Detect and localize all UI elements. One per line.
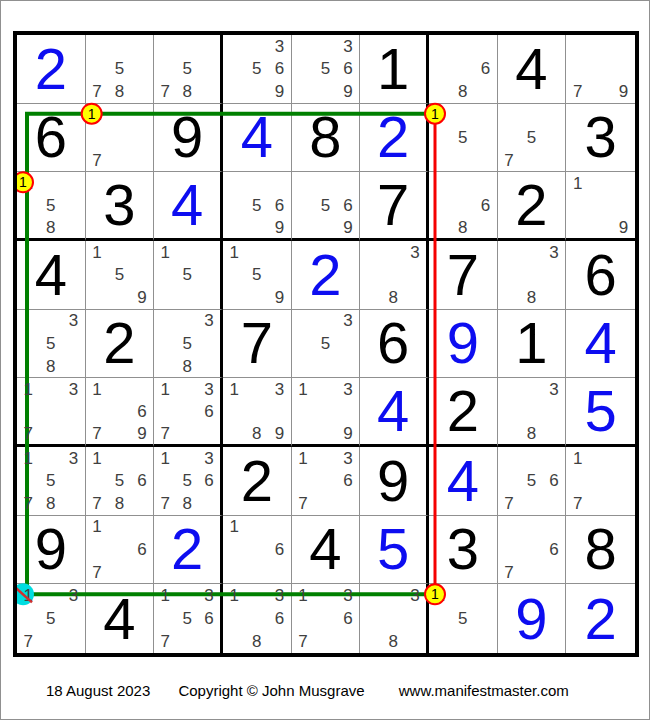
candidate-digit: 3 (543, 241, 566, 264)
candidate-digit: 8 (246, 422, 269, 444)
candidate-digit: 3 (337, 378, 360, 400)
given-digit: 9 (35, 520, 67, 578)
candidate-digit: 6 (337, 470, 360, 493)
cell-r6c7[interactable]: 2 (429, 378, 498, 447)
candidates: 1389 (223, 378, 291, 444)
candidate-digit: 5 (176, 58, 198, 81)
candidate-digit: 5 (40, 332, 63, 355)
cell-r3c9[interactable]: 19 (566, 172, 635, 241)
cell-r1c9[interactable]: 79 (566, 35, 635, 104)
cell-r2c8[interactable]: 57 (498, 104, 567, 173)
cell-r9c2[interactable]: 4 (86, 584, 155, 653)
candidate-digit: 3 (404, 241, 426, 264)
candidates: 158 (17, 172, 85, 238)
candidate-digit: 3 (337, 310, 360, 333)
cell-r3c4[interactable]: 569 (223, 172, 292, 241)
cell-r3c2[interactable]: 3 (86, 172, 155, 241)
candidate-digit: 5 (108, 264, 131, 287)
cell-r5c5[interactable]: 35 (292, 310, 361, 379)
candidate-digit: 8 (176, 80, 198, 103)
candidate-digit: 1 (17, 447, 40, 470)
cell-r7c2[interactable]: 15678 (86, 447, 155, 516)
candidate-digit: 9 (337, 422, 360, 444)
cell-r1c5[interactable]: 3569 (292, 35, 361, 104)
candidates: 35 (292, 310, 360, 378)
candidate-digit: 9 (268, 422, 291, 444)
candidate-digit: 7 (498, 561, 521, 584)
candidate-digit: 5 (520, 470, 543, 493)
candidate-digit: 5 (246, 264, 269, 287)
cell-r2c2[interactable]: 17 (86, 104, 155, 173)
candidates: 67 (498, 516, 566, 584)
candidate-digit: 5 (176, 264, 198, 287)
candidate-digit: 9 (337, 216, 360, 238)
candidate-digit: 5 (452, 607, 475, 630)
candidates: 1367 (292, 584, 360, 653)
cell-r9c1[interactable]: 1357 (17, 584, 86, 653)
footer: 18 August 2023 Copyright © John Musgrave… (46, 682, 569, 699)
candidate-digit: 1 (223, 378, 246, 400)
given-digit: 4 (103, 590, 135, 648)
cell-r6c9[interactable]: 5 (566, 378, 635, 447)
candidate-digit: 6 (198, 400, 220, 422)
given-digit: 9 (377, 452, 409, 510)
candidates: 137 (17, 378, 85, 444)
candidate-digit: 3 (337, 35, 360, 58)
candidate-digit: 3 (62, 310, 85, 333)
cell-r6c3[interactable]: 1367 (154, 378, 223, 447)
cell-r7c6[interactable]: 9 (360, 447, 429, 516)
candidate-digit: 8 (520, 422, 543, 444)
cell-r7c7[interactable]: 4 (429, 447, 498, 516)
cell-r5c2[interactable]: 2 (86, 310, 155, 379)
cell-r1c1[interactable]: 2 (17, 35, 86, 104)
candidate-digit: 3 (198, 310, 220, 333)
candidate-digit: 8 (40, 355, 63, 378)
candidates: 15 (429, 584, 497, 653)
candidate-digit: 9 (612, 216, 635, 238)
candidate-digit: 1 (17, 378, 40, 400)
solved-digit: 2 (377, 108, 409, 166)
candidate-digit: 1 (154, 447, 176, 470)
candidate-digit: 3 (268, 584, 291, 607)
cell-r8c1[interactable]: 9 (17, 516, 86, 585)
cell-r9c7[interactable]: 15 (429, 584, 498, 653)
candidates: 358 (154, 310, 220, 378)
cell-r5c1[interactable]: 358 (17, 310, 86, 379)
cell-r5c7[interactable]: 9 (429, 310, 498, 379)
candidate-digit: 5 (314, 332, 337, 355)
candidate-digit: 8 (40, 492, 63, 515)
solved-digit: 4 (377, 382, 409, 440)
solved-digit: 2 (309, 246, 341, 304)
cell-r1c7[interactable]: 68 (429, 35, 498, 104)
given-digit: 8 (585, 520, 617, 578)
cell-r2c3[interactable]: 9 (154, 104, 223, 173)
candidates: 1367 (292, 447, 360, 515)
candidate-digit: 1 (292, 584, 315, 607)
candidate-digit: 7 (86, 80, 109, 103)
cell-r5c4[interactable]: 7 (223, 310, 292, 379)
candidate-digit: 3 (268, 378, 291, 400)
candidate-digit: 8 (452, 80, 475, 103)
candidate-digit: 9 (337, 80, 360, 103)
candidate-digit: 8 (520, 286, 543, 309)
given-digit: 2 (103, 314, 135, 372)
candidates: 38 (360, 584, 426, 653)
solved-digit: 5 (377, 520, 409, 578)
candidate-digit: 3 (268, 35, 291, 58)
candidates: 38 (498, 241, 566, 309)
candidate-digit: 1 (86, 516, 109, 539)
candidate-digit: 7 (292, 492, 315, 515)
candidate-digit: 7 (566, 80, 589, 103)
page: 2578578356935691684796179482155731583456… (0, 0, 650, 720)
cell-r1c8[interactable]: 4 (498, 35, 567, 104)
candidate-digit: 5 (246, 58, 269, 81)
candidates: 13567 (154, 584, 220, 653)
cell-r9c9[interactable]: 2 (566, 584, 635, 653)
footer-website: www.manifestmaster.com (399, 682, 569, 699)
candidate-digit: 3 (337, 584, 360, 607)
candidate-digit: 3 (62, 584, 85, 607)
given-digit: 7 (241, 314, 273, 372)
cell-r8c6[interactable]: 5 (360, 516, 429, 585)
candidate-digit: 5 (176, 470, 198, 493)
candidate-digit: 8 (176, 355, 198, 378)
given-digit: 4 (309, 520, 341, 578)
given-digit: 7 (377, 176, 409, 234)
given-digit: 4 (515, 40, 547, 98)
candidate-digit: 6 (474, 194, 497, 216)
cell-r9c6[interactable]: 38 (360, 584, 429, 653)
candidate-digit: 7 (86, 561, 109, 584)
candidate-digit: 5 (40, 194, 63, 216)
cell-r6c5[interactable]: 139 (292, 378, 361, 447)
candidate-digit: 6 (198, 607, 220, 630)
cell-r2c7[interactable]: 15 (429, 104, 498, 173)
cell-r4c6[interactable]: 38 (360, 241, 429, 310)
candidate-digit: 3 (404, 584, 426, 607)
solved-digit: 4 (585, 314, 617, 372)
candidate-digit: 1 (223, 584, 246, 607)
candidate-digit: 3 (62, 378, 85, 400)
cell-r8c9[interactable]: 8 (566, 516, 635, 585)
cell-r6c1[interactable]: 137 (17, 378, 86, 447)
candidate-digit: 1 (566, 172, 589, 194)
candidate-digit: 8 (108, 80, 131, 103)
candidates: 19 (566, 172, 635, 238)
cell-r7c9[interactable]: 17 (566, 447, 635, 516)
candidate-digit: 1 (86, 241, 109, 264)
candidate-digit: 8 (40, 216, 63, 238)
candidate-digit: 7 (154, 630, 176, 653)
candidate-digit: 1 (17, 584, 40, 607)
candidate-digit: 1 (86, 447, 109, 470)
cell-r7c4[interactable]: 2 (223, 447, 292, 516)
candidate-digit: 6 (268, 58, 291, 81)
cell-r4c1[interactable]: 4 (17, 241, 86, 310)
candidate-digit: 8 (176, 492, 198, 515)
candidate-digit: 1 (154, 584, 176, 607)
given-digit: 7 (447, 246, 479, 304)
cell-r8c8[interactable]: 67 (498, 516, 567, 585)
candidate-digit: 7 (17, 422, 40, 444)
cell-r5c6[interactable]: 6 (360, 310, 429, 379)
candidate-digit: 9 (268, 216, 291, 238)
candidate-digit: 7 (17, 492, 40, 515)
cell-r2c9[interactable]: 3 (566, 104, 635, 173)
cell-r8c2[interactable]: 167 (86, 516, 155, 585)
candidate-digit: 6 (337, 58, 360, 81)
candidates: 38 (360, 241, 426, 309)
given-digit: 3 (103, 176, 135, 234)
candidate-digit: 7 (86, 492, 109, 515)
solved-digit: 4 (171, 176, 203, 234)
cell-r7c1[interactable]: 13578 (17, 447, 86, 516)
candidate-digit: 7 (292, 630, 315, 653)
candidate-digit: 1 (86, 104, 109, 127)
candidate-digit: 7 (86, 422, 109, 444)
candidate-digit: 5 (176, 332, 198, 355)
solved-digit: 2 (35, 40, 67, 98)
candidate-digit: 6 (337, 607, 360, 630)
given-digit: 4 (35, 246, 67, 304)
candidate-digit: 6 (198, 470, 220, 493)
candidates: 68 (429, 35, 497, 103)
candidate-digit: 9 (268, 286, 291, 309)
cell-r3c7[interactable]: 68 (429, 172, 498, 241)
candidate-digit: 1 (566, 447, 589, 470)
candidate-digit: 1 (429, 104, 452, 127)
candidates: 1368 (223, 584, 291, 653)
footer-date: 18 August 2023 (46, 682, 150, 699)
candidate-digit: 1 (154, 241, 176, 264)
candidate-digit: 9 (612, 80, 635, 103)
candidate-digit: 5 (40, 470, 63, 493)
cell-r7c3[interactable]: 135678 (154, 447, 223, 516)
candidate-digit: 5 (176, 607, 198, 630)
candidate-digit: 9 (131, 422, 154, 444)
candidate-digit: 9 (131, 286, 154, 309)
candidate-digit: 7 (154, 80, 176, 103)
candidate-digit: 6 (131, 400, 154, 422)
candidate-digit: 1 (223, 241, 246, 264)
cell-r3c5[interactable]: 569 (292, 172, 361, 241)
cell-r3c1[interactable]: 158 (17, 172, 86, 241)
candidates: 1357 (17, 584, 85, 653)
candidate-digit: 7 (86, 149, 109, 172)
candidate-digit: 5 (314, 194, 337, 216)
sudoku-board: 2578578356935691684796179482155731583456… (13, 31, 639, 657)
given-digit: 8 (309, 108, 341, 166)
given-digit: 2 (241, 452, 273, 510)
candidates: 15678 (86, 447, 154, 515)
cell-r4c3[interactable]: 15 (154, 241, 223, 310)
candidate-digit: 5 (246, 194, 269, 216)
solved-digit: 5 (585, 382, 617, 440)
cell-r8c3[interactable]: 2 (154, 516, 223, 585)
candidate-digit: 8 (382, 286, 404, 309)
cell-r5c3[interactable]: 358 (154, 310, 223, 379)
candidate-digit: 1 (223, 516, 246, 539)
candidates: 167 (86, 516, 154, 584)
candidate-digit: 7 (154, 422, 176, 444)
cell-r3c3[interactable]: 4 (154, 172, 223, 241)
footer-copyright: Copyright © John Musgrave (178, 682, 364, 699)
cell-r7c8[interactable]: 567 (498, 447, 567, 516)
candidates: 569 (223, 172, 291, 238)
given-digit: 2 (515, 176, 547, 234)
cell-r1c3[interactable]: 578 (154, 35, 223, 104)
candidate-digit: 5 (40, 607, 63, 630)
candidate-digit: 8 (108, 492, 131, 515)
given-digit: 6 (585, 246, 617, 304)
candidate-digit: 1 (154, 378, 176, 400)
cell-r8c5[interactable]: 4 (292, 516, 361, 585)
cell-r1c6[interactable]: 1 (360, 35, 429, 104)
cell-r3c6[interactable]: 7 (360, 172, 429, 241)
given-digit: 6 (35, 108, 67, 166)
candidates: 139 (292, 378, 360, 444)
candidate-digit: 1 (86, 378, 109, 400)
candidate-digit: 6 (268, 538, 291, 561)
cell-r6c6[interactable]: 4 (360, 378, 429, 447)
given-digit: 3 (447, 520, 479, 578)
candidates: 68 (429, 172, 497, 238)
candidates: 38 (498, 378, 566, 444)
candidate-digit: 8 (382, 630, 404, 653)
cell-r2c5[interactable]: 8 (292, 104, 361, 173)
given-digit: 3 (585, 108, 617, 166)
candidate-digit: 6 (268, 194, 291, 216)
given-digit: 1 (377, 40, 409, 98)
candidate-digit: 6 (337, 194, 360, 216)
cell-r1c4[interactable]: 3569 (223, 35, 292, 104)
cell-r7c5[interactable]: 1367 (292, 447, 361, 516)
cell-r4c5[interactable]: 2 (292, 241, 361, 310)
candidates: 159 (223, 241, 291, 309)
candidates: 569 (292, 172, 360, 238)
solved-digit: 4 (241, 108, 273, 166)
cell-r4c2[interactable]: 159 (86, 241, 155, 310)
cell-r8c7[interactable]: 3 (429, 516, 498, 585)
candidates: 3569 (292, 35, 360, 103)
candidates: 13578 (17, 447, 85, 515)
candidate-digit: 3 (198, 584, 220, 607)
cell-r5c8[interactable]: 1 (498, 310, 567, 379)
solved-digit: 9 (515, 590, 547, 648)
candidates: 15 (154, 241, 220, 309)
given-digit: 1 (515, 314, 547, 372)
given-digit: 2 (447, 382, 479, 440)
cell-r4c9[interactable]: 6 (566, 241, 635, 310)
candidate-digit: 1 (429, 584, 452, 607)
candidate-digit: 3 (62, 447, 85, 470)
candidates: 1679 (86, 378, 154, 444)
cell-r9c4[interactable]: 1368 (223, 584, 292, 653)
candidate-digit: 3 (198, 447, 220, 470)
cell-r6c2[interactable]: 1679 (86, 378, 155, 447)
cell-r1c2[interactable]: 578 (86, 35, 155, 104)
candidate-digit: 5 (452, 126, 475, 149)
cell-r4c8[interactable]: 38 (498, 241, 567, 310)
candidates: 159 (86, 241, 154, 309)
candidate-digit: 3 (198, 378, 220, 400)
cell-r9c8[interactable]: 9 (498, 584, 567, 653)
candidates: 3569 (223, 35, 291, 103)
solved-digit: 9 (447, 314, 479, 372)
candidate-digit: 6 (131, 538, 154, 561)
solved-digit: 2 (585, 590, 617, 648)
cell-r2c4[interactable]: 4 (223, 104, 292, 173)
cell-r2c1[interactable]: 6 (17, 104, 86, 173)
cell-r6c8[interactable]: 38 (498, 378, 567, 447)
candidate-digit: 6 (543, 470, 566, 493)
candidates: 57 (498, 104, 566, 172)
cell-r9c5[interactable]: 1367 (292, 584, 361, 653)
candidate-digit: 5 (108, 470, 131, 493)
candidate-digit: 5 (108, 58, 131, 81)
candidates: 15 (429, 104, 497, 172)
cell-r2c6[interactable]: 2 (360, 104, 429, 173)
candidate-digit: 1 (17, 172, 40, 194)
candidates: 17 (86, 104, 154, 172)
candidates: 1367 (154, 378, 220, 444)
candidate-digit: 7 (566, 492, 589, 515)
candidate-digit: 9 (268, 80, 291, 103)
candidates: 578 (86, 35, 154, 103)
cell-r5c9[interactable]: 4 (566, 310, 635, 379)
candidate-digit: 6 (474, 58, 497, 81)
cell-r4c4[interactable]: 159 (223, 241, 292, 310)
candidate-digit: 1 (292, 447, 315, 470)
cell-r9c3[interactable]: 13567 (154, 584, 223, 653)
candidate-digit: 6 (268, 607, 291, 630)
candidate-digit: 6 (543, 538, 566, 561)
given-digit: 9 (171, 108, 203, 166)
candidates: 567 (498, 447, 566, 515)
candidates: 135678 (154, 447, 220, 515)
candidate-digit: 3 (337, 447, 360, 470)
candidate-digit: 3 (543, 378, 566, 400)
solved-digit: 2 (171, 520, 203, 578)
candidate-digit: 6 (131, 470, 154, 493)
given-digit: 6 (377, 314, 409, 372)
solved-digit: 4 (447, 452, 479, 510)
sudoku-grid: 2578578356935691684796179482155731583456… (17, 35, 635, 653)
candidates: 358 (17, 310, 85, 378)
cell-r4c7[interactable]: 7 (429, 241, 498, 310)
cell-r8c4[interactable]: 16 (223, 516, 292, 585)
cell-r3c8[interactable]: 2 (498, 172, 567, 241)
candidate-digit: 7 (498, 492, 521, 515)
candidate-digit: 7 (498, 149, 521, 172)
candidate-digit: 8 (452, 216, 475, 238)
candidate-digit: 1 (292, 378, 315, 400)
candidates: 17 (566, 447, 635, 515)
candidates: 578 (154, 35, 220, 103)
candidate-digit: 8 (246, 630, 269, 653)
candidate-digit: 7 (154, 492, 176, 515)
candidate-digit: 7 (17, 630, 40, 653)
candidate-digit: 5 (314, 58, 337, 81)
cell-r6c4[interactable]: 1389 (223, 378, 292, 447)
candidates: 16 (223, 516, 291, 584)
candidate-digit: 5 (520, 126, 543, 149)
candidates: 79 (566, 35, 635, 103)
